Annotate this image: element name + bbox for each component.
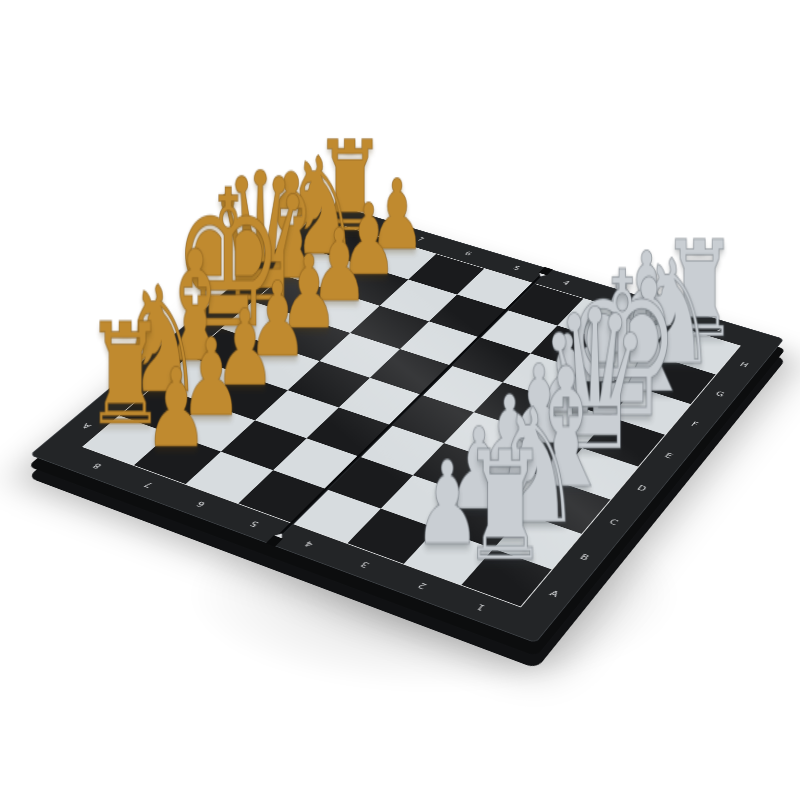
square-b5 bbox=[273, 438, 359, 489]
rank-label-left-1: 1 bbox=[475, 603, 487, 612]
file-label-bottom-A: A bbox=[548, 590, 560, 599]
product-photo: AABBCCDDEEFFGGHH8877665544332211 ♜♟♞♟♝♟♛… bbox=[0, 0, 800, 800]
rank-label-right-5: 5 bbox=[512, 265, 522, 271]
square-a4 bbox=[292, 489, 381, 543]
square-c5 bbox=[307, 407, 391, 456]
silver-rook-icon: ♜ bbox=[461, 432, 548, 583]
square-a6 bbox=[186, 452, 273, 504]
square-c6 bbox=[255, 390, 339, 438]
rank-label-left-3: 3 bbox=[359, 560, 371, 568]
rank-label-left-4: 4 bbox=[304, 540, 316, 548]
rank-label-left-8: 8 bbox=[92, 462, 104, 469]
square-b6 bbox=[221, 420, 307, 470]
file-label-bottom-F: F bbox=[690, 421, 700, 428]
square-a5 bbox=[238, 470, 326, 523]
file-label-bottom-C: C bbox=[608, 518, 620, 526]
rank-label-left-5: 5 bbox=[249, 520, 261, 528]
rank-label-left-6: 6 bbox=[195, 500, 207, 508]
file-label-bottom-G: G bbox=[714, 391, 725, 398]
gold-pawn-icon: ♟ bbox=[145, 354, 208, 463]
rank-label-left-7: 7 bbox=[143, 481, 155, 489]
rank-label-right-6: 6 bbox=[463, 251, 473, 257]
file-label-bottom-H: H bbox=[739, 362, 750, 369]
square-b4 bbox=[326, 457, 413, 509]
file-label-bottom-D: D bbox=[636, 485, 648, 493]
rank-label-left-2: 2 bbox=[417, 581, 429, 589]
fold-alignment-arrow-icon bbox=[275, 532, 286, 538]
file-label-bottom-E: E bbox=[663, 452, 673, 459]
file-label-bottom-B: B bbox=[578, 553, 590, 561]
